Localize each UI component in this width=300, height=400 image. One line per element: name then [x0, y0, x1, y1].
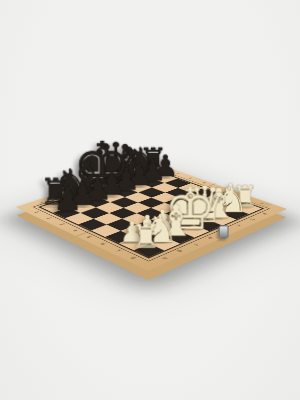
photo-background: ♜♟♟♜♞♟♟♞♝♟♟♝♛♟♟♛♚♟♟♚♝♟♟♝♞♟♟♞♜♟♟♜ 8765432… — [0, 0, 300, 400]
white-rook-glyph: ♜ — [132, 225, 161, 251]
chessboard-scene: ♜♟♟♜♞♟♟♞♝♟♟♝♛♟♟♛♚♟♟♚♝♟♟♝♞♟♟♞♜♟♟♜ 8765432… — [16, 162, 287, 271]
black-pawn-glyph: ♟ — [53, 187, 82, 213]
board-top: ♜♟♟♜♞♟♟♞♝♟♟♝♛♟♟♛♚♟♟♚♝♟♟♝♞♟♟♞♜♟♟♜ 8765432… — [16, 162, 287, 271]
metal-clasp-latch — [219, 225, 229, 238]
pinstripe-inner-border: ♜♟♟♜♞♟♟♞♝♟♟♝♛♟♟♛♚♟♟♚♝♟♟♝♞♟♟♞♜♟♟♜ — [38, 169, 264, 259]
